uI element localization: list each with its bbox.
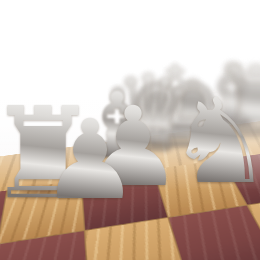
chess-set-photo: ♜♟♟♝♛♚♟♞♝♜ bbox=[0, 0, 260, 260]
pawn-piece: ♟ bbox=[41, 105, 140, 215]
pieces-layer: ♜♟♟♝♛♚♟♞♝♜ bbox=[0, 0, 260, 260]
